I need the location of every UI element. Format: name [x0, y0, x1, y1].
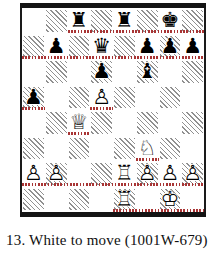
spellcheck-squiggle [22, 183, 204, 186]
square-e3 [113, 136, 136, 162]
square-a3 [22, 136, 45, 162]
square-d3 [90, 136, 113, 162]
square-b6 [45, 59, 68, 85]
board-bottom-border [20, 212, 206, 217]
square-b8 [45, 8, 68, 34]
spellcheck-squiggle [113, 209, 204, 212]
square-c3 [68, 136, 91, 162]
spellcheck-squiggle [136, 158, 159, 161]
spellcheck-squiggle [90, 107, 113, 110]
square-h5 [181, 85, 204, 111]
bb-piece-f6: ♝ [136, 59, 159, 85]
square-f5 [136, 85, 159, 111]
caption: 13. White to move (1001W-679) [6, 232, 208, 249]
square-c5 [68, 85, 91, 111]
square-g4 [159, 110, 182, 136]
square-b4 [45, 110, 68, 136]
square-b3 [45, 136, 68, 162]
square-d6: ♟ [90, 59, 113, 85]
square-e5 [113, 85, 136, 111]
board-body: ♜♜♚♟♛♟♟♟♟♝♟♟♙♛♕♞♘♟♙♟♙♜♖♟♙♟♙♟♙♜♖♚♔ [20, 8, 206, 212]
spellcheck-squiggle [68, 132, 91, 135]
square-f4 [136, 110, 159, 136]
chess-diagram: ♜♜♚♟♛♟♟♟♟♝♟♟♙♛♕♞♘♟♙♟♙♜♖♟♙♟♙♟♙♜♖♚♔ [20, 3, 206, 217]
square-g5 [159, 85, 182, 111]
square-a1 [22, 187, 45, 213]
spellcheck-squiggle [68, 30, 205, 33]
square-c1 [68, 187, 91, 213]
square-c6 [68, 59, 91, 85]
square-h3 [181, 136, 204, 162]
square-d1 [90, 187, 113, 213]
spellcheck-squiggle [22, 56, 204, 59]
square-h4 [181, 110, 204, 136]
square-e4 [113, 110, 136, 136]
square-f6: ♝ [136, 59, 159, 85]
chess-board: ♜♜♚♟♛♟♟♟♟♝♟♟♙♛♕♞♘♟♙♟♙♜♖♟♙♟♙♟♙♜♖♚♔ [22, 8, 204, 212]
square-b1 [45, 187, 68, 213]
bp-piece-d6: ♟ [90, 59, 113, 85]
spellcheck-squiggle [22, 107, 45, 110]
square-a4 [22, 110, 45, 136]
square-a6 [22, 59, 45, 85]
square-e6 [113, 59, 136, 85]
square-g3 [159, 136, 182, 162]
square-d4 [90, 110, 113, 136]
square-h6 [181, 59, 204, 85]
square-g6 [159, 59, 182, 85]
page: ♜♜♚♟♛♟♟♟♟♝♟♟♙♛♕♞♘♟♙♟♙♜♖♟♙♟♙♟♙♜♖♚♔ 13. Wh… [0, 0, 208, 257]
square-b5 [45, 85, 68, 111]
square-a8 [22, 8, 45, 34]
